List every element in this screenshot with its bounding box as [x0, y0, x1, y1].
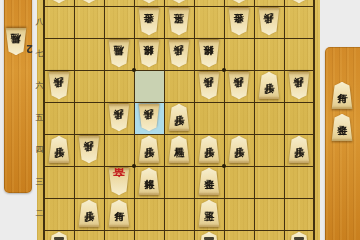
piece-kanji: 歩兵: [227, 139, 251, 163]
piece-pawn[interactable]: 歩兵: [197, 72, 221, 99]
rank-label: 四: [35, 145, 44, 154]
piece-pawn[interactable]: 歩兵: [227, 136, 251, 163]
piece-body: 歩兵: [137, 104, 161, 131]
piece-cut-off[interactable]: [167, 0, 191, 3]
piece-kanji: 王将: [167, 8, 191, 32]
piece-bishop[interactable]: 角行: [107, 200, 131, 227]
piece-kanji: 金将: [227, 8, 251, 32]
piece-king[interactable]: 王将: [197, 200, 221, 227]
board-square[interactable]: [104, 230, 134, 240]
piece-body: 歩兵: [257, 8, 281, 35]
piece-kanji: 角行: [107, 203, 131, 227]
piece-body: [197, 232, 221, 240]
piece-kanji: 桂馬: [167, 139, 191, 163]
piece-body: 角行: [330, 82, 354, 109]
piece-body: [77, 0, 101, 3]
piece-body: 歩兵: [287, 136, 311, 163]
board-square[interactable]: [104, 70, 134, 102]
piece-body: [227, 0, 251, 3]
piece-silver[interactable]: 銀将: [197, 40, 221, 67]
piece-body: 歩兵: [107, 104, 131, 131]
piece-body: 王将: [197, 200, 221, 227]
piece-cut-off[interactable]: [287, 0, 311, 3]
board-square[interactable]: [44, 198, 74, 230]
piece-kanji: 歩兵: [47, 72, 71, 96]
board-square[interactable]: [134, 230, 164, 240]
piece-kanji: 歩兵: [107, 104, 131, 128]
piece-king[interactable]: 王将: [167, 8, 191, 35]
board-square[interactable]: [74, 102, 104, 134]
piece-kanji: 歩兵: [197, 139, 221, 163]
piece-cut-off[interactable]: [137, 0, 161, 3]
hand-piece-knight[interactable]: 桂馬: [4, 28, 28, 55]
board-square[interactable]: [74, 70, 104, 102]
piece-body: 歩兵: [137, 136, 161, 163]
rank-label: 二: [35, 209, 44, 218]
board-square[interactable]: [284, 198, 314, 230]
piece-kanji: 歩兵: [167, 40, 191, 64]
piece-gold[interactable]: 金将: [137, 8, 161, 35]
piece-body: 桂馬: [4, 28, 28, 55]
piece-gold[interactable]: 金将: [197, 168, 221, 195]
piece-kanji: 歩兵: [197, 72, 221, 96]
piece-kanji: 歩兵: [77, 136, 101, 160]
piece-body: 銀将: [137, 40, 161, 67]
board-square[interactable]: [74, 166, 104, 198]
piece-body: 角行: [107, 200, 131, 227]
board-square[interactable]: [254, 198, 284, 230]
piece-pawn[interactable]: 歩兵: [167, 104, 191, 131]
piece-pawn[interactable]: 歩兵: [197, 136, 221, 163]
piece-body: 歩兵: [77, 200, 101, 227]
board-square[interactable]: [254, 166, 284, 198]
shogi-app: 桂馬 2 角行 金将 八七六五四三二金将王将金将歩兵桂馬銀将歩兵銀将歩兵歩兵歩兵…: [0, 0, 360, 240]
piece-body: 銀将: [197, 40, 221, 67]
hand-piece-gold[interactable]: 金将: [330, 114, 354, 141]
board-square[interactable]: [254, 102, 284, 134]
piece-cut-off[interactable]: [287, 232, 311, 240]
piece-silver[interactable]: 銀将: [137, 40, 161, 67]
piece-kanji: 金将: [330, 117, 354, 141]
piece-body: [287, 232, 311, 240]
komadai-left-top-player-hand: 桂馬 2: [4, 0, 32, 193]
piece-body: 歩兵: [287, 72, 311, 99]
board-square[interactable]: [44, 38, 74, 70]
piece-body: 王将: [167, 8, 191, 35]
board-square[interactable]: [164, 70, 194, 102]
piece-body: [287, 0, 311, 3]
board-square[interactable]: [254, 134, 284, 166]
rank-label: 五: [35, 113, 44, 122]
rank-label: 三: [35, 177, 44, 186]
piece-pawn[interactable]: 歩兵: [257, 8, 281, 35]
board-square[interactable]: [104, 134, 134, 166]
board-square[interactable]: [224, 230, 254, 240]
board-square[interactable]: [164, 166, 194, 198]
piece-pawn[interactable]: 歩兵: [287, 136, 311, 163]
piece-body: 歩兵: [47, 136, 71, 163]
piece-body: 歩兵: [197, 72, 221, 99]
board-square[interactable]: [164, 230, 194, 240]
piece-body: 歩兵: [227, 72, 251, 99]
board-square[interactable]: [284, 102, 314, 134]
piece-body: 金将: [227, 8, 251, 35]
board-square[interactable]: [74, 6, 104, 38]
piece-body: 金将: [330, 114, 354, 141]
piece-body: 歩兵: [47, 72, 71, 99]
piece-kanji: 歩兵: [257, 75, 281, 99]
rank-label: 八: [35, 17, 44, 26]
piece-kanji: 歩兵: [47, 139, 71, 163]
piece-pawn[interactable]: 歩兵: [287, 72, 311, 99]
board-square[interactable]: [254, 38, 284, 70]
piece-body: 金将: [197, 168, 221, 195]
piece-pawn[interactable]: 歩兵: [77, 136, 101, 163]
piece-cut-off[interactable]: [47, 0, 71, 3]
piece-pawn[interactable]: 歩兵: [77, 200, 101, 227]
piece-body: 桂馬: [167, 136, 191, 163]
board-square[interactable]: [284, 38, 314, 70]
piece-kanji: 銀将: [197, 40, 221, 64]
board-square[interactable]: [284, 6, 314, 38]
piece-pawn[interactable]: 歩兵: [137, 104, 161, 131]
piece-body: [47, 0, 71, 3]
board-square[interactable]: [284, 166, 314, 198]
piece-body: 歩兵: [257, 72, 281, 99]
board-square[interactable]: [104, 6, 134, 38]
piece-pawn[interactable]: 歩兵: [227, 72, 251, 99]
piece-kanji: 歩兵: [77, 203, 101, 227]
board-square[interactable]: [74, 230, 104, 240]
piece-body: 歩兵: [167, 40, 191, 67]
piece-gold[interactable]: 金将: [227, 8, 251, 35]
piece-silver[interactable]: 銀将: [137, 168, 161, 195]
piece-kanji: 角行: [330, 85, 354, 109]
piece-kanji: 歩兵: [167, 107, 191, 131]
piece-kanji: 歩兵: [227, 72, 251, 96]
piece-body: 歩兵: [167, 104, 191, 131]
rank-label: 六: [35, 81, 44, 90]
piece-body: 竜: [107, 168, 131, 195]
piece-kanji: 歩兵: [257, 8, 281, 32]
piece-pawn[interactable]: 歩兵: [107, 104, 131, 131]
board-square[interactable]: [194, 6, 224, 38]
piece-pawn[interactable]: 歩兵: [257, 72, 281, 99]
piece-body: [47, 232, 71, 240]
piece-kanji: 桂馬: [107, 40, 131, 64]
piece-pawn[interactable]: 歩兵: [47, 136, 71, 163]
piece-kanji: 王将: [197, 203, 221, 227]
piece-cut-off[interactable]: [47, 232, 71, 240]
piece-kanji: 銀将: [137, 40, 161, 64]
piece-body: 金将: [137, 8, 161, 35]
piece-kanji: 歩兵: [137, 139, 161, 163]
board-square[interactable]: [44, 166, 74, 198]
piece-kanji: 歩兵: [287, 72, 311, 96]
piece-knight[interactable]: 桂馬: [167, 136, 191, 163]
board-square[interactable]: [44, 102, 74, 134]
piece-body: 歩兵: [197, 136, 221, 163]
board-square[interactable]: [74, 38, 104, 70]
piece-kanji: 桂馬: [4, 28, 28, 52]
board-square[interactable]: [254, 230, 284, 240]
board-square[interactable]: [44, 6, 74, 38]
piece-knight[interactable]: 桂馬: [107, 40, 131, 67]
board-square[interactable]: [224, 102, 254, 134]
board-square[interactable]: [224, 38, 254, 70]
board-square[interactable]: [194, 102, 224, 134]
piece-body: 歩兵: [77, 136, 101, 163]
piece-body: [137, 0, 161, 3]
piece-kanji: 金将: [137, 8, 161, 32]
rank-label: 七: [35, 49, 44, 58]
hand-piece-bishop[interactable]: 角行: [330, 82, 354, 109]
piece-body: [167, 0, 191, 3]
board-square[interactable]: [224, 198, 254, 230]
komadai-right-bottom-player-hand: 角行 金将: [325, 47, 360, 240]
piece-pawn[interactable]: 歩兵: [47, 72, 71, 99]
piece-body: 歩兵: [227, 136, 251, 163]
board-square[interactable]: [134, 198, 164, 230]
piece-pawn[interactable]: 歩兵: [167, 40, 191, 67]
piece-body: 銀将: [137, 168, 161, 195]
board-square[interactable]: [164, 198, 194, 230]
piece-cut-off[interactable]: [227, 0, 251, 3]
piece-dragon-promoted-rook[interactable]: 竜: [107, 168, 131, 195]
piece-cut-off[interactable]: [77, 0, 101, 3]
piece-kanji: 歩兵: [287, 139, 311, 163]
board-square[interactable]: [134, 70, 164, 102]
piece-cut-off[interactable]: [197, 232, 221, 240]
piece-kanji: 歩兵: [137, 104, 161, 128]
board-square[interactable]: [224, 166, 254, 198]
piece-kanji: 竜: [107, 168, 131, 189]
piece-pawn[interactable]: 歩兵: [137, 136, 161, 163]
piece-kanji: 金将: [197, 171, 221, 195]
piece-body: 桂馬: [107, 40, 131, 67]
piece-kanji: 銀将: [137, 171, 161, 195]
hand-piece-count: 2: [26, 43, 33, 53]
